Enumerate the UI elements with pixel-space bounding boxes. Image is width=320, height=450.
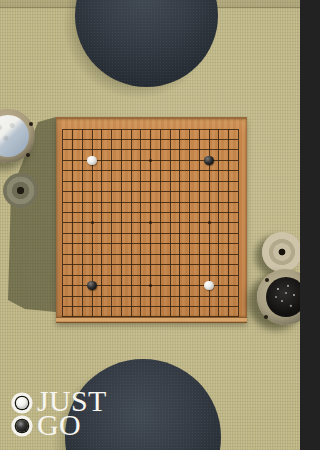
cell-Q6[interactable] [204,259,214,269]
cell-B17[interactable] [68,145,78,155]
cell-O9[interactable] [185,228,195,238]
cell-O13[interactable] [185,186,195,196]
cell-M16[interactable] [165,155,175,165]
cell-N16[interactable] [175,155,185,165]
cell-T7[interactable] [234,249,244,259]
cell-P2[interactable] [195,301,205,311]
cell-A17[interactable] [58,145,68,155]
cell-Q8[interactable] [204,239,214,249]
cell-B10[interactable] [68,218,78,228]
cell-C15[interactable] [78,166,88,176]
cell-Q12[interactable] [204,197,214,207]
cell-L19[interactable] [156,124,166,134]
cell-F8[interactable] [107,239,117,249]
cell-L14[interactable] [156,176,166,186]
cell-R12[interactable] [214,197,224,207]
cell-D4[interactable] [87,280,97,290]
cell-S10[interactable] [224,218,234,228]
cell-T10[interactable] [234,218,244,228]
cell-H9[interactable] [126,228,136,238]
cell-G9[interactable] [117,228,127,238]
cell-B11[interactable] [68,207,78,217]
cell-D13[interactable] [87,186,97,196]
cell-D12[interactable] [87,197,97,207]
cell-G17[interactable] [117,145,127,155]
cell-Q16[interactable] [204,155,214,165]
cell-S18[interactable] [224,134,234,144]
cell-N8[interactable] [175,239,185,249]
cell-C3[interactable] [78,291,88,301]
cell-G19[interactable] [117,124,127,134]
cell-F15[interactable] [107,166,117,176]
cell-K15[interactable] [146,166,156,176]
cell-O15[interactable] [185,166,195,176]
cell-G6[interactable] [117,259,127,269]
cell-K2[interactable] [146,301,156,311]
cell-H12[interactable] [126,197,136,207]
cell-S4[interactable] [224,280,234,290]
cell-M12[interactable] [165,197,175,207]
cell-P18[interactable] [195,134,205,144]
cell-E11[interactable] [97,207,107,217]
cell-B9[interactable] [68,228,78,238]
cell-E18[interactable] [97,134,107,144]
cell-F10[interactable] [107,218,117,228]
cell-D15[interactable] [87,166,97,176]
cell-P11[interactable] [195,207,205,217]
cell-A19[interactable] [58,124,68,134]
cell-H14[interactable] [126,176,136,186]
cell-O2[interactable] [185,301,195,311]
cell-L4[interactable] [156,280,166,290]
cell-P16[interactable] [195,155,205,165]
cell-E6[interactable] [97,259,107,269]
cell-D10[interactable] [87,218,97,228]
cell-A15[interactable] [58,166,68,176]
cell-C13[interactable] [78,186,88,196]
cell-E3[interactable] [97,291,107,301]
cell-T11[interactable] [234,207,244,217]
cell-R8[interactable] [214,239,224,249]
cell-M19[interactable] [165,124,175,134]
cell-B7[interactable] [68,249,78,259]
cell-F18[interactable] [107,134,117,144]
cell-P10[interactable] [195,218,205,228]
cell-F11[interactable] [107,207,117,217]
cell-T12[interactable] [234,197,244,207]
cell-K17[interactable] [146,145,156,155]
cell-C7[interactable] [78,249,88,259]
cell-G11[interactable] [117,207,127,217]
cell-J12[interactable] [136,197,146,207]
cell-T8[interactable] [234,239,244,249]
cell-L17[interactable] [156,145,166,155]
cell-G18[interactable] [117,134,127,144]
cell-A10[interactable] [58,218,68,228]
cell-H19[interactable] [126,124,136,134]
cell-E19[interactable] [97,124,107,134]
cell-C5[interactable] [78,270,88,280]
cell-O11[interactable] [185,207,195,217]
cell-R4[interactable] [214,280,224,290]
cell-O7[interactable] [185,249,195,259]
cell-L10[interactable] [156,218,166,228]
cell-P12[interactable] [195,197,205,207]
cell-S15[interactable] [224,166,234,176]
cell-N9[interactable] [175,228,185,238]
cell-F9[interactable] [107,228,117,238]
cell-S12[interactable] [224,197,234,207]
cell-S9[interactable] [224,228,234,238]
cell-P3[interactable] [195,291,205,301]
cell-Q2[interactable] [204,301,214,311]
cell-T9[interactable] [234,228,244,238]
cell-M2[interactable] [165,301,175,311]
cell-P14[interactable] [195,176,205,186]
cell-G14[interactable] [117,176,127,186]
cell-C2[interactable] [78,301,88,311]
cell-H8[interactable] [126,239,136,249]
cell-K9[interactable] [146,228,156,238]
cell-S11[interactable] [224,207,234,217]
cell-M17[interactable] [165,145,175,155]
cell-O6[interactable] [185,259,195,269]
cell-D7[interactable] [87,249,97,259]
cell-F17[interactable] [107,145,117,155]
cell-F6[interactable] [107,259,117,269]
cell-O12[interactable] [185,197,195,207]
cell-M14[interactable] [165,176,175,186]
cell-P13[interactable] [195,186,205,196]
cell-H5[interactable] [126,270,136,280]
cell-Q19[interactable] [204,124,214,134]
cell-R15[interactable] [214,166,224,176]
cell-R3[interactable] [214,291,224,301]
cell-E7[interactable] [97,249,107,259]
cell-S5[interactable] [224,270,234,280]
cell-L18[interactable] [156,134,166,144]
cell-C8[interactable] [78,239,88,249]
cell-A5[interactable] [58,270,68,280]
cell-K19[interactable] [146,124,156,134]
cell-M9[interactable] [165,228,175,238]
cell-N7[interactable] [175,249,185,259]
cell-G7[interactable] [117,249,127,259]
cell-R5[interactable] [214,270,224,280]
cell-P6[interactable] [195,259,205,269]
cell-S17[interactable] [224,145,234,155]
cell-N10[interactable] [175,218,185,228]
cell-A18[interactable] [58,134,68,144]
cell-E15[interactable] [97,166,107,176]
cell-C18[interactable] [78,134,88,144]
cell-J3[interactable] [136,291,146,301]
cell-J8[interactable] [136,239,146,249]
cell-O16[interactable] [185,155,195,165]
cell-M5[interactable] [165,270,175,280]
cell-B6[interactable] [68,259,78,269]
cell-B19[interactable] [68,124,78,134]
cell-Q15[interactable] [204,166,214,176]
cell-G15[interactable] [117,166,127,176]
cell-J5[interactable] [136,270,146,280]
cell-J4[interactable] [136,280,146,290]
cell-M3[interactable] [165,291,175,301]
cell-A3[interactable] [58,291,68,301]
cell-M13[interactable] [165,186,175,196]
cell-N3[interactable] [175,291,185,301]
cell-T17[interactable] [234,145,244,155]
cell-B8[interactable] [68,239,78,249]
cell-B3[interactable] [68,291,78,301]
cell-Q14[interactable] [204,176,214,186]
cell-N5[interactable] [175,270,185,280]
cell-J11[interactable] [136,207,146,217]
cell-C4[interactable] [78,280,88,290]
cell-P7[interactable] [195,249,205,259]
cell-A13[interactable] [58,186,68,196]
cell-J15[interactable] [136,166,146,176]
cell-M10[interactable] [165,218,175,228]
cell-T14[interactable] [234,176,244,186]
cell-F12[interactable] [107,197,117,207]
cell-P17[interactable] [195,145,205,155]
cell-B4[interactable] [68,280,78,290]
cell-L16[interactable] [156,155,166,165]
cell-H11[interactable] [126,207,136,217]
cell-L9[interactable] [156,228,166,238]
cell-C14[interactable] [78,176,88,186]
cell-E13[interactable] [97,186,107,196]
cell-C12[interactable] [78,197,88,207]
cell-N4[interactable] [175,280,185,290]
cell-O5[interactable] [185,270,195,280]
cell-B13[interactable] [68,186,78,196]
cell-K8[interactable] [146,239,156,249]
cell-O3[interactable] [185,291,195,301]
cell-S13[interactable] [224,186,234,196]
cell-D11[interactable] [87,207,97,217]
cell-A2[interactable] [58,301,68,311]
cell-S7[interactable] [224,249,234,259]
cell-R18[interactable] [214,134,224,144]
cell-O8[interactable] [185,239,195,249]
cell-R19[interactable] [214,124,224,134]
cell-A14[interactable] [58,176,68,186]
cell-B12[interactable] [68,197,78,207]
cell-S8[interactable] [224,239,234,249]
cell-K4[interactable] [146,280,156,290]
cell-C19[interactable] [78,124,88,134]
cell-T19[interactable] [234,124,244,134]
cell-C10[interactable] [78,218,88,228]
cell-D8[interactable] [87,239,97,249]
cell-R10[interactable] [214,218,224,228]
cell-N19[interactable] [175,124,185,134]
cell-A4[interactable] [58,280,68,290]
cell-S6[interactable] [224,259,234,269]
cell-T4[interactable] [234,280,244,290]
cell-L15[interactable] [156,166,166,176]
cell-Q17[interactable] [204,145,214,155]
cell-N12[interactable] [175,197,185,207]
cell-K5[interactable] [146,270,156,280]
cell-N11[interactable] [175,207,185,217]
cell-D14[interactable] [87,176,97,186]
cell-L7[interactable] [156,249,166,259]
cell-O18[interactable] [185,134,195,144]
cell-E8[interactable] [97,239,107,249]
cell-F19[interactable] [107,124,117,134]
cell-J7[interactable] [136,249,146,259]
cell-J17[interactable] [136,145,146,155]
cell-F2[interactable] [107,301,117,311]
cell-G8[interactable] [117,239,127,249]
cell-Q5[interactable] [204,270,214,280]
cell-C16[interactable] [78,155,88,165]
cell-J18[interactable] [136,134,146,144]
cell-L13[interactable] [156,186,166,196]
cell-T3[interactable] [234,291,244,301]
cell-P9[interactable] [195,228,205,238]
cell-J13[interactable] [136,186,146,196]
cell-R13[interactable] [214,186,224,196]
cell-Q7[interactable] [204,249,214,259]
cell-F5[interactable] [107,270,117,280]
cell-J19[interactable] [136,124,146,134]
cell-G10[interactable] [117,218,127,228]
cell-L3[interactable] [156,291,166,301]
cell-B18[interactable] [68,134,78,144]
cell-R6[interactable] [214,259,224,269]
cell-C6[interactable] [78,259,88,269]
cell-O14[interactable] [185,176,195,186]
cell-R9[interactable] [214,228,224,238]
cell-K16[interactable] [146,155,156,165]
cell-H4[interactable] [126,280,136,290]
cell-E9[interactable] [97,228,107,238]
cell-A11[interactable] [58,207,68,217]
cell-H15[interactable] [126,166,136,176]
cell-K14[interactable] [146,176,156,186]
cell-Q10[interactable] [204,218,214,228]
cell-D18[interactable] [87,134,97,144]
cell-D9[interactable] [87,228,97,238]
cell-T13[interactable] [234,186,244,196]
cell-P8[interactable] [195,239,205,249]
cell-B2[interactable] [68,301,78,311]
cell-E16[interactable] [97,155,107,165]
cell-R17[interactable] [214,145,224,155]
cell-T2[interactable] [234,301,244,311]
cell-P5[interactable] [195,270,205,280]
cell-Q3[interactable] [204,291,214,301]
cell-R11[interactable] [214,207,224,217]
cell-L2[interactable] [156,301,166,311]
cell-F13[interactable] [107,186,117,196]
cell-N13[interactable] [175,186,185,196]
cell-A12[interactable] [58,197,68,207]
cell-G2[interactable] [117,301,127,311]
cell-E14[interactable] [97,176,107,186]
cell-R7[interactable] [214,249,224,259]
cell-S14[interactable] [224,176,234,186]
cell-M7[interactable] [165,249,175,259]
cell-Q4[interactable] [204,280,214,290]
cell-Q18[interactable] [204,134,214,144]
cell-K12[interactable] [146,197,156,207]
cell-K6[interactable] [146,259,156,269]
cell-J10[interactable] [136,218,146,228]
cell-J14[interactable] [136,176,146,186]
cell-L5[interactable] [156,270,166,280]
cell-H13[interactable] [126,186,136,196]
cell-H17[interactable] [126,145,136,155]
cell-T16[interactable] [234,155,244,165]
cell-L8[interactable] [156,239,166,249]
cell-E4[interactable] [97,280,107,290]
cell-P4[interactable] [195,280,205,290]
cell-K10[interactable] [146,218,156,228]
cell-F3[interactable] [107,291,117,301]
cell-S19[interactable] [224,124,234,134]
cell-S2[interactable] [224,301,234,311]
cell-A16[interactable] [58,155,68,165]
cell-B16[interactable] [68,155,78,165]
cell-N18[interactable] [175,134,185,144]
cell-T18[interactable] [234,134,244,144]
cell-A8[interactable] [58,239,68,249]
cell-M11[interactable] [165,207,175,217]
cell-F14[interactable] [107,176,117,186]
go-board-grid[interactable] [58,124,243,322]
cell-M15[interactable] [165,166,175,176]
cell-Q11[interactable] [204,207,214,217]
cell-A7[interactable] [58,249,68,259]
cell-D16[interactable] [87,155,97,165]
cell-G4[interactable] [117,280,127,290]
cell-H16[interactable] [126,155,136,165]
cell-H2[interactable] [126,301,136,311]
cell-G3[interactable] [117,291,127,301]
cell-J2[interactable] [136,301,146,311]
cell-S3[interactable] [224,291,234,301]
cell-Q13[interactable] [204,186,214,196]
cell-M6[interactable] [165,259,175,269]
cell-H6[interactable] [126,259,136,269]
cell-T15[interactable] [234,166,244,176]
cell-A9[interactable] [58,228,68,238]
cell-H3[interactable] [126,291,136,301]
cell-E12[interactable] [97,197,107,207]
cell-D5[interactable] [87,270,97,280]
cell-P15[interactable] [195,166,205,176]
cell-S16[interactable] [224,155,234,165]
cell-F16[interactable] [107,155,117,165]
cell-R16[interactable] [214,155,224,165]
cell-D3[interactable] [87,291,97,301]
cell-E5[interactable] [97,270,107,280]
cell-M4[interactable] [165,280,175,290]
cell-T6[interactable] [234,259,244,269]
cell-N2[interactable] [175,301,185,311]
cell-G16[interactable] [117,155,127,165]
cell-M18[interactable] [165,134,175,144]
cell-N6[interactable] [175,259,185,269]
cell-D2[interactable] [87,301,97,311]
cell-T5[interactable] [234,270,244,280]
cell-B15[interactable] [68,166,78,176]
